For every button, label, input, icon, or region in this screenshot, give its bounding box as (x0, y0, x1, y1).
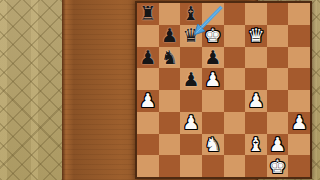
square-h4[interactable] (288, 90, 310, 112)
square-b6[interactable]: ♞ (159, 47, 181, 69)
square-d3[interactable] (202, 112, 224, 134)
square-e1[interactable] (224, 155, 246, 177)
chess-board: ♜♝♟♛♚♛♟♞♟♟♟♟♟♟♟♞♝♟♚ (137, 3, 310, 177)
square-d4[interactable] (202, 90, 224, 112)
square-d8[interactable] (202, 3, 224, 25)
square-d6[interactable]: ♟ (202, 47, 224, 69)
square-c2[interactable] (180, 134, 202, 156)
square-f7[interactable]: ♛ (245, 25, 267, 47)
white-pawn: ♟ (247, 91, 264, 110)
square-g6[interactable] (267, 47, 289, 69)
square-g8[interactable] (267, 3, 289, 25)
square-a3[interactable] (137, 112, 159, 134)
square-g3[interactable] (267, 112, 289, 134)
square-c3[interactable]: ♟ (180, 112, 202, 134)
square-g1[interactable]: ♚ (267, 155, 289, 177)
square-e2[interactable] (224, 134, 246, 156)
square-e8[interactable] (224, 3, 246, 25)
square-b4[interactable] (159, 90, 181, 112)
black-knight: ♞ (161, 47, 178, 66)
black-pawn: ♟ (204, 47, 221, 66)
square-b5[interactable] (159, 68, 181, 90)
white-pawn: ♟ (269, 134, 286, 153)
square-g5[interactable] (267, 68, 289, 90)
wallpaper-background: ♜♝♟♛♚♛♟♞♟♟♟♟♟♟♟♞♝♟♚ (0, 0, 320, 180)
square-c6[interactable] (180, 47, 202, 69)
square-f4[interactable]: ♟ (245, 90, 267, 112)
square-b7[interactable]: ♟ (159, 25, 181, 47)
square-h2[interactable] (288, 134, 310, 156)
square-e4[interactable] (224, 90, 246, 112)
square-a4[interactable]: ♟ (137, 90, 159, 112)
square-g7[interactable] (267, 25, 289, 47)
black-bishop: ♝ (183, 4, 200, 23)
square-b8[interactable] (159, 3, 181, 25)
square-b2[interactable] (159, 134, 181, 156)
square-g4[interactable] (267, 90, 289, 112)
square-f1[interactable] (245, 155, 267, 177)
white-pawn: ♟ (139, 91, 156, 110)
board-frame: ♜♝♟♛♚♛♟♞♟♟♟♟♟♟♟♞♝♟♚ (62, 0, 258, 180)
black-pawn: ♟ (161, 26, 178, 45)
white-pawn: ♟ (183, 113, 200, 132)
square-h3[interactable]: ♟ (288, 112, 310, 134)
white-pawn: ♟ (291, 113, 308, 132)
square-f3[interactable] (245, 112, 267, 134)
square-a5[interactable] (137, 68, 159, 90)
black-pawn: ♟ (139, 47, 156, 66)
white-king: ♚ (204, 26, 221, 45)
white-knight: ♞ (204, 134, 221, 153)
square-h5[interactable] (288, 68, 310, 90)
square-h8[interactable] (288, 3, 310, 25)
white-king: ♚ (269, 156, 286, 175)
square-b1[interactable] (159, 155, 181, 177)
square-a1[interactable] (137, 155, 159, 177)
square-e7[interactable] (224, 25, 246, 47)
square-a6[interactable]: ♟ (137, 47, 159, 69)
square-a7[interactable] (137, 25, 159, 47)
black-queen: ♛ (183, 26, 200, 45)
square-f6[interactable] (245, 47, 267, 69)
square-c5[interactable]: ♟ (180, 68, 202, 90)
black-rook: ♜ (139, 4, 156, 23)
square-d7[interactable]: ♚ (202, 25, 224, 47)
square-h1[interactable] (288, 155, 310, 177)
white-queen: ♛ (247, 26, 264, 45)
square-c1[interactable] (180, 155, 202, 177)
square-h7[interactable] (288, 25, 310, 47)
square-d1[interactable] (202, 155, 224, 177)
square-a8[interactable]: ♜ (137, 3, 159, 25)
white-pawn: ♟ (204, 69, 221, 88)
square-d5[interactable]: ♟ (202, 68, 224, 90)
square-f5[interactable] (245, 68, 267, 90)
square-g2[interactable]: ♟ (267, 134, 289, 156)
square-h6[interactable] (288, 47, 310, 69)
square-b3[interactable] (159, 112, 181, 134)
square-c4[interactable] (180, 90, 202, 112)
square-e3[interactable] (224, 112, 246, 134)
square-e5[interactable] (224, 68, 246, 90)
white-bishop: ♝ (247, 134, 264, 153)
square-e6[interactable] (224, 47, 246, 69)
black-pawn: ♟ (183, 69, 200, 88)
square-f2[interactable]: ♝ (245, 134, 267, 156)
square-d2[interactable]: ♞ (202, 134, 224, 156)
square-c8[interactable]: ♝ (180, 3, 202, 25)
square-a2[interactable] (137, 134, 159, 156)
square-f8[interactable] (245, 3, 267, 25)
square-c7[interactable]: ♛ (180, 25, 202, 47)
